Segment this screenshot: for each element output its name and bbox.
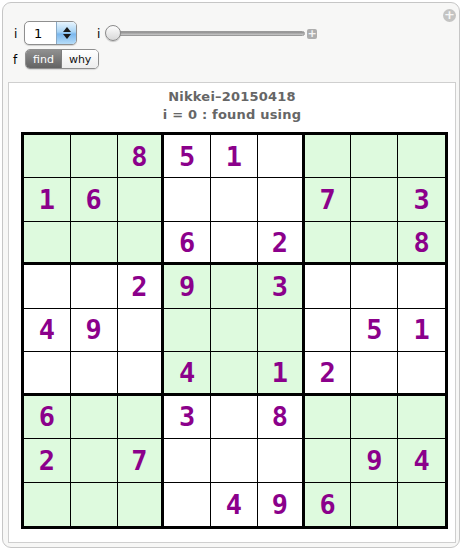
sudoku-cell-r7c8 (351, 396, 398, 439)
sudoku-cell-r6c6: 1 (258, 352, 305, 395)
sudoku-cell-r7c1: 6 (24, 396, 71, 439)
sudoku-cell-r2c8 (351, 178, 398, 221)
sudoku-cell-r2c5 (211, 178, 258, 221)
sudoku-cell-r4c6: 3 (258, 265, 305, 308)
sudoku-cell-r6c8 (351, 352, 398, 395)
sudoku-cell-r5c1: 4 (24, 309, 71, 352)
slider-expand-plus-icon[interactable]: + (307, 29, 317, 39)
sudoku-cell-r5c9: 1 (398, 309, 445, 352)
sudoku-cell-r3c8 (351, 222, 398, 265)
sudoku-cell-r1c6 (258, 135, 305, 178)
sudoku-cell-r9c9 (398, 483, 445, 526)
sudoku-cell-r1c2 (71, 135, 118, 178)
sudoku-cell-r3c6: 2 (258, 222, 305, 265)
sudoku-cell-r9c8 (351, 483, 398, 526)
slider-thumb[interactable] (105, 25, 121, 41)
sudoku-cell-r2c9: 3 (398, 178, 445, 221)
sudoku-cell-r1c7 (305, 135, 352, 178)
sudoku-cell-r7c3 (118, 396, 165, 439)
stepper-up-arrow-icon[interactable] (63, 27, 71, 32)
sudoku-cell-r4c7 (305, 265, 352, 308)
sudoku-cell-r4c8 (351, 265, 398, 308)
sudoku-cell-r4c5 (211, 265, 258, 308)
stepper-up-down-icon[interactable] (56, 22, 76, 44)
sudoku-cell-r6c7: 2 (305, 352, 352, 395)
sudoku-cell-r7c6: 8 (258, 396, 305, 439)
puzzle-subtitle: i = 0 : found using (8, 107, 456, 122)
sudoku-cell-r8c1: 2 (24, 439, 71, 482)
sudoku-cell-r8c8: 9 (351, 439, 398, 482)
index-popup-menu[interactable]: 1 (24, 21, 77, 45)
popup-current-value: 1 (25, 22, 56, 44)
puzzle-title: Nikkei–20150418 (8, 89, 456, 104)
sudoku-cell-r1c1 (24, 135, 71, 178)
sudoku-cell-r9c1 (24, 483, 71, 526)
sudoku-cell-r7c9 (398, 396, 445, 439)
slider-label: i (97, 28, 100, 40)
sudoku-cell-r6c2 (71, 352, 118, 395)
sudoku-cell-r7c4: 3 (164, 396, 211, 439)
sudoku-cell-r1c8 (351, 135, 398, 178)
sudoku-cell-r2c6 (258, 178, 305, 221)
find-button[interactable]: find (26, 50, 62, 68)
sudoku-cell-r4c9 (398, 265, 445, 308)
find-why-setter-bar: find why (25, 49, 99, 69)
sudoku-cell-r3c2 (71, 222, 118, 265)
sudoku-cell-r4c1 (24, 265, 71, 308)
sudoku-cell-r3c3 (118, 222, 165, 265)
sudoku-cell-r3c1 (24, 222, 71, 265)
sudoku-cell-r2c7: 7 (305, 178, 352, 221)
sudoku-cell-r8c2 (71, 439, 118, 482)
sudoku-cell-r8c6 (258, 439, 305, 482)
sudoku-cell-r4c4: 9 (164, 265, 211, 308)
sudoku-cell-r4c3: 2 (118, 265, 165, 308)
sudoku-cell-r9c2 (71, 483, 118, 526)
sudoku-cell-r8c4 (164, 439, 211, 482)
sudoku-cell-r6c1 (24, 352, 71, 395)
sudoku-cell-r7c5 (211, 396, 258, 439)
sudoku-board: 851167362829349514126382794496 (21, 132, 448, 529)
sudoku-cell-r9c7: 6 (305, 483, 352, 526)
sudoku-cell-r5c8: 5 (351, 309, 398, 352)
sudoku-cell-r8c9: 4 (398, 439, 445, 482)
sudoku-cell-r5c7 (305, 309, 352, 352)
sudoku-cell-r8c5 (211, 439, 258, 482)
sudoku-cell-r6c5 (211, 352, 258, 395)
sudoku-cell-r6c9 (398, 352, 445, 395)
sudoku-cell-r5c4 (164, 309, 211, 352)
stepper-down-arrow-icon[interactable] (63, 34, 71, 39)
popup-label: i (14, 28, 17, 40)
sudoku-cell-r4c2 (71, 265, 118, 308)
sudoku-cell-r7c2 (71, 396, 118, 439)
sudoku-cell-r8c7 (305, 439, 352, 482)
sudoku-cell-r9c3 (118, 483, 165, 526)
sudoku-cell-r9c5: 4 (211, 483, 258, 526)
sudoku-cell-r3c7 (305, 222, 352, 265)
sudoku-cell-r8c3: 7 (118, 439, 165, 482)
sudoku-cell-r2c4 (164, 178, 211, 221)
sudoku-cell-r6c4: 4 (164, 352, 211, 395)
sudoku-cell-r1c3: 8 (118, 135, 165, 178)
sudoku-cell-r2c1: 1 (24, 178, 71, 221)
sudoku-cell-r5c6 (258, 309, 305, 352)
setter-label: f (13, 54, 17, 66)
sudoku-cell-r5c2: 9 (71, 309, 118, 352)
sudoku-cell-r1c4: 5 (164, 135, 211, 178)
sudoku-cell-r3c4: 6 (164, 222, 211, 265)
sudoku-cell-r7c7 (305, 396, 352, 439)
sudoku-cell-r3c5 (211, 222, 258, 265)
sudoku-cell-r9c4 (164, 483, 211, 526)
sudoku-cell-r2c2: 6 (71, 178, 118, 221)
sudoku-cell-r5c5 (211, 309, 258, 352)
sudoku-cell-r2c3 (118, 178, 165, 221)
slider-track[interactable] (109, 31, 305, 36)
panel-expand-plus-icon[interactable]: + (443, 9, 456, 22)
sudoku-cell-r1c9 (398, 135, 445, 178)
why-button[interactable]: why (62, 50, 98, 68)
sudoku-cell-r6c3 (118, 352, 165, 395)
sudoku-cell-r3c9: 8 (398, 222, 445, 265)
sudoku-cell-r9c6: 9 (258, 483, 305, 526)
sudoku-cell-r5c3 (118, 309, 165, 352)
sudoku-cell-r1c5: 1 (211, 135, 258, 178)
